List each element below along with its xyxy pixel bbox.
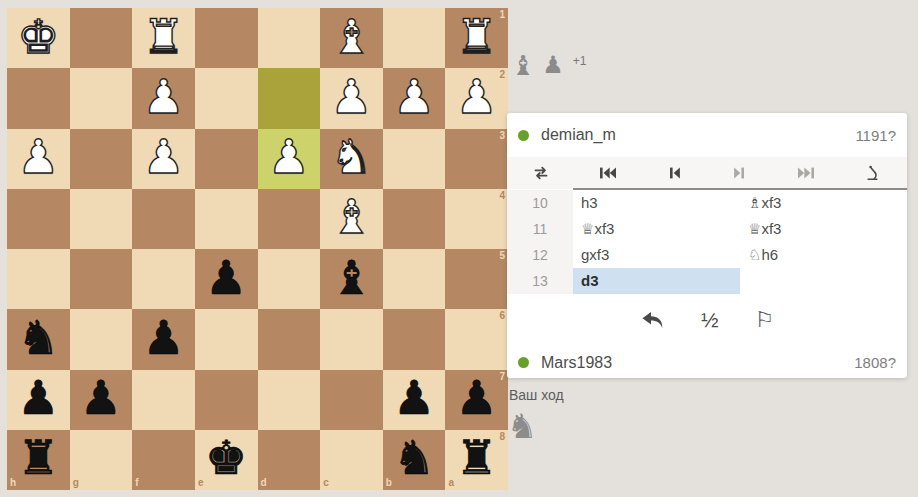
square-a2[interactable]: ♟2 [445,68,508,128]
file-label-d: d [261,478,267,488]
square-e5[interactable]: ♟ [195,249,258,309]
black-move-12[interactable]: ♘h6 [740,242,907,268]
square-h7[interactable]: ♟ [7,370,70,430]
white-pawn[interactable]: ♟ [456,73,498,120]
square-b3[interactable] [383,129,446,189]
captured-material: ♝ ♟ +1 [511,47,586,83]
takeback-button[interactable] [640,310,665,331]
analysis-board-icon[interactable] [863,163,883,183]
square-e6[interactable] [195,309,258,369]
move-row-13: 13d3 [507,268,907,294]
square-f6[interactable]: ♟ [132,309,195,369]
white-king[interactable]: ♚ [17,13,59,60]
white-move-10[interactable]: h3 [573,190,740,216]
move-row-11: 11♕xf3♕xf3 [507,216,907,242]
white-bishop[interactable]: ♝ [330,13,372,60]
white-rook[interactable]: ♜ [456,13,498,60]
square-g6[interactable] [70,309,133,369]
draw-half-label: ½ [701,308,719,332]
square-b1[interactable] [383,8,446,68]
square-a5[interactable]: 5 [445,249,508,309]
move-nav-toolbar [507,157,907,189]
square-g7[interactable]: ♟ [70,370,133,430]
square-d6[interactable] [258,309,321,369]
black-pawn[interactable]: ♟ [205,254,247,301]
rank-label-2: 2 [499,70,505,80]
square-c5[interactable]: ♝ [320,249,383,309]
move-number: 11 [507,216,573,242]
white-pawn[interactable]: ♟ [330,73,372,120]
black-pawn[interactable]: ♟ [80,374,122,421]
action-bar: ½ ⚐ [507,294,907,346]
square-h2[interactable] [7,68,70,128]
square-c2[interactable]: ♟ [320,68,383,128]
square-f4[interactable] [132,189,195,249]
white-pawn[interactable]: ♟ [142,133,184,180]
black-pawn[interactable]: ♟ [456,374,498,421]
online-indicator [518,357,529,368]
square-d1[interactable] [258,8,321,68]
black-knight[interactable]: ♞ [393,434,435,481]
square-d8[interactable]: d [258,430,321,490]
square-a3[interactable]: 3 [445,129,508,189]
square-h8[interactable]: ♜h [7,430,70,490]
square-f5[interactable] [132,249,195,309]
square-c7[interactable] [320,370,383,430]
square-c4[interactable]: ♝ [320,189,383,249]
white-move-12[interactable]: gxf3 [573,242,740,268]
square-d4[interactable] [258,189,321,249]
captured-pawn-icon: ♟ [542,53,564,77]
white-pawn[interactable]: ♟ [393,73,435,120]
square-b7[interactable]: ♟ [383,370,446,430]
resign-button[interactable]: ⚐ [754,309,774,331]
move-row-12: 12gxf3♘h6 [507,242,907,268]
square-c8[interactable]: c [320,430,383,490]
square-e2[interactable] [195,68,258,128]
white-rook[interactable]: ♜ [142,13,184,60]
square-g2[interactable] [70,68,133,128]
square-a1[interactable]: ♜1 [445,8,508,68]
move-row-10: 10h3♗xf3 [507,190,907,216]
square-f2[interactable]: ♟ [132,68,195,128]
file-label-h: h [10,478,16,488]
square-g4[interactable] [70,189,133,249]
rank-label-6: 6 [499,311,505,321]
black-rook[interactable]: ♜ [456,434,498,481]
online-indicator [518,130,529,141]
white-pawn[interactable]: ♟ [268,133,310,180]
black-king[interactable]: ♚ [205,434,247,481]
black-move-11[interactable]: ♕xf3 [740,216,907,242]
first-move-icon[interactable] [597,163,617,183]
square-h5[interactable] [7,249,70,309]
square-h1[interactable]: ♚ [7,8,70,68]
move-number: 10 [507,190,573,216]
square-b2[interactable]: ♟ [383,68,446,128]
square-f8[interactable]: f [132,430,195,490]
white-knight[interactable]: ♞ [330,133,372,180]
square-a8[interactable]: ♜8a [445,430,508,490]
black-bishop[interactable]: ♝ [330,254,372,301]
rank-label-5: 5 [499,251,505,261]
square-b8[interactable]: ♞b [383,430,446,490]
turn-status: Ваш ход [509,387,564,403]
white-bishop[interactable]: ♝ [330,193,372,240]
white-move-11[interactable]: ♕xf3 [573,216,740,242]
rank-label-7: 7 [499,372,505,382]
opponent-name: demian_m [541,126,616,144]
square-b4[interactable] [383,189,446,249]
player-row: Mars1983 1808? [507,346,907,379]
white-move-13[interactable]: d3 [573,268,740,294]
square-a4[interactable]: 4 [445,189,508,249]
file-label-b: b [386,478,392,488]
move-list: 10h3♗xf311♕xf3♕xf312gxf3♘h613d3 [507,190,907,294]
rank-label-4: 4 [499,191,505,201]
flip-board-icon[interactable] [531,163,551,183]
square-g5[interactable] [70,249,133,309]
square-f1[interactable]: ♜ [132,8,195,68]
material-advantage: +1 [573,54,587,68]
file-label-e: e [198,478,204,488]
square-e1[interactable] [195,8,258,68]
last-move-icon[interactable] [797,163,817,183]
square-c1[interactable]: ♝ [320,8,383,68]
opponent-rating: 1191? [855,127,896,144]
previous-move-icon[interactable] [664,163,684,183]
rank-label-3: 3 [499,131,505,141]
black-rook[interactable]: ♜ [17,434,59,481]
square-h4[interactable] [7,189,70,249]
square-c6[interactable] [320,309,383,369]
square-a7[interactable]: ♟7 [445,370,508,430]
file-label-c: c [323,478,329,488]
player-rating: 1808? [854,354,896,371]
captured-bishop-icon: ♝ [511,52,535,79]
player-name: Mars1983 [541,354,612,372]
square-g1[interactable] [70,8,133,68]
square-d3[interactable]: ♟ [258,129,321,189]
next-move-icon[interactable] [730,163,750,183]
black-knight[interactable]: ♞ [17,314,59,361]
game-panel: demian_m 1191? 10h3♗xf311♕xf3♕xf312gxf3♘… [507,113,907,378]
black-pawn[interactable]: ♟ [393,374,435,421]
resign-flag-icon: ⚐ [754,309,774,331]
move-number: 12 [507,242,573,268]
square-e4[interactable] [195,189,258,249]
rank-label-8: 8 [499,432,505,442]
square-g3[interactable] [70,129,133,189]
file-label-f: f [135,478,138,488]
square-b5[interactable] [383,249,446,309]
opponent-row: demian_m 1191? [507,113,907,157]
file-label-g: g [73,478,79,488]
square-d7[interactable] [258,370,321,430]
black-move-10[interactable]: ♗xf3 [740,190,907,216]
square-e7[interactable] [195,370,258,430]
square-b6[interactable] [383,309,446,369]
square-e8[interactable]: ♚e [195,430,258,490]
square-d2[interactable] [258,68,321,128]
rank-label-1: 1 [499,10,505,20]
black-move-13 [740,268,907,294]
square-f7[interactable] [132,370,195,430]
move-number: 13 [507,268,573,294]
chess-board[interactable]: ♚♜♝♜1♟♟♟♟2♟♟♟♞3♝4♟♝5♞♟6♟♟♟♟7♜hgf♚edc♞b♜8… [7,8,508,490]
square-g8[interactable]: g [70,430,133,490]
black-pawn[interactable]: ♟ [17,374,59,421]
square-a6[interactable]: 6 [445,309,508,369]
square-c3[interactable]: ♞ [320,129,383,189]
square-h6[interactable]: ♞ [7,309,70,369]
square-e3[interactable] [195,129,258,189]
offer-draw-button[interactable]: ½ [701,308,719,332]
black-pawn[interactable]: ♟ [142,314,184,361]
square-h3[interactable]: ♟ [7,129,70,189]
white-pawn[interactable]: ♟ [17,133,59,180]
knight-icon: ♞ [507,409,537,443]
square-f3[interactable]: ♟ [132,129,195,189]
white-pawn[interactable]: ♟ [142,73,184,120]
square-d5[interactable] [258,249,321,309]
file-label-a: a [448,478,454,488]
